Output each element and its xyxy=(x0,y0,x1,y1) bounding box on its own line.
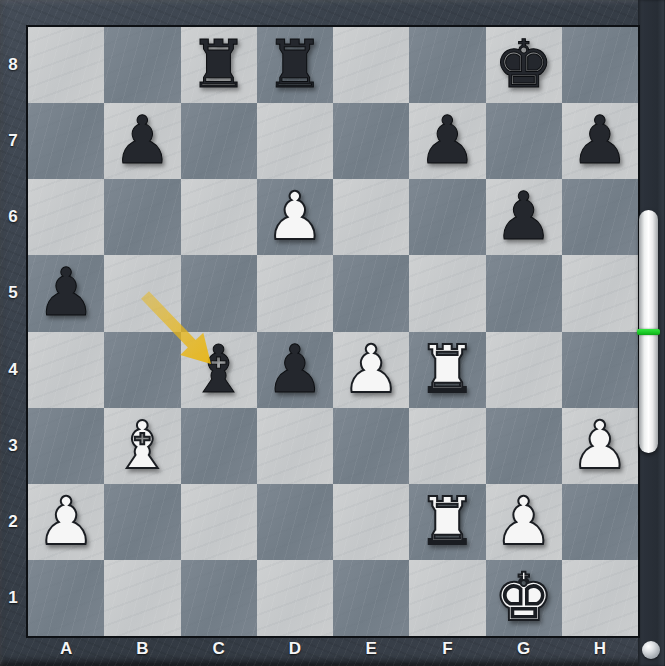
square-f3[interactable] xyxy=(409,408,485,484)
square-f8[interactable] xyxy=(409,27,485,103)
square-h1[interactable] xyxy=(562,560,638,636)
square-f5[interactable] xyxy=(409,255,485,331)
square-d2[interactable] xyxy=(257,484,333,560)
square-e3[interactable] xyxy=(333,408,409,484)
piece-black-bishop[interactable]: ♝ xyxy=(189,337,248,403)
square-c7[interactable] xyxy=(181,103,257,179)
rank-label-7: 7 xyxy=(0,103,26,179)
square-b4[interactable] xyxy=(104,332,180,408)
piece-black-pawn[interactable]: ♟ xyxy=(418,108,477,174)
square-b3[interactable]: ♝ xyxy=(104,408,180,484)
square-c2[interactable] xyxy=(181,484,257,560)
square-d3[interactable] xyxy=(257,408,333,484)
file-label-g: G xyxy=(486,638,562,662)
file-label-c: C xyxy=(181,638,257,662)
file-label-e: E xyxy=(333,638,409,662)
square-a4[interactable] xyxy=(28,332,104,408)
square-h6[interactable] xyxy=(562,179,638,255)
square-g3[interactable] xyxy=(486,408,562,484)
square-a5[interactable]: ♟ xyxy=(28,255,104,331)
piece-white-rook[interactable]: ♜ xyxy=(418,489,477,555)
square-g1[interactable]: ♚ xyxy=(486,560,562,636)
square-b1[interactable] xyxy=(104,560,180,636)
corner-ball-decoration xyxy=(642,641,660,659)
square-g6[interactable]: ♟ xyxy=(486,179,562,255)
square-a6[interactable] xyxy=(28,179,104,255)
square-g5[interactable] xyxy=(486,255,562,331)
square-h7[interactable]: ♟ xyxy=(562,103,638,179)
square-e6[interactable] xyxy=(333,179,409,255)
square-e1[interactable] xyxy=(333,560,409,636)
rank-label-1: 1 xyxy=(0,560,26,636)
file-label-a: A xyxy=(28,638,104,662)
square-d4[interactable]: ♟ xyxy=(257,332,333,408)
piece-black-pawn[interactable]: ♟ xyxy=(37,260,96,326)
file-label-h: H xyxy=(562,638,638,662)
piece-white-king[interactable]: ♚ xyxy=(494,565,553,631)
piece-white-bishop[interactable]: ♝ xyxy=(113,413,172,479)
piece-black-king[interactable]: ♚ xyxy=(494,32,553,98)
piece-black-rook[interactable]: ♜ xyxy=(189,32,248,98)
rank-label-2: 2 xyxy=(0,484,26,560)
square-f1[interactable] xyxy=(409,560,485,636)
piece-white-pawn[interactable]: ♟ xyxy=(342,337,401,403)
square-h8[interactable] xyxy=(562,27,638,103)
square-c5[interactable] xyxy=(181,255,257,331)
square-g7[interactable] xyxy=(486,103,562,179)
rank-label-6: 6 xyxy=(0,179,26,255)
square-h2[interactable] xyxy=(562,484,638,560)
square-c6[interactable] xyxy=(181,179,257,255)
square-a1[interactable] xyxy=(28,560,104,636)
piece-white-pawn[interactable]: ♟ xyxy=(494,489,553,555)
square-h3[interactable]: ♟ xyxy=(562,408,638,484)
square-b8[interactable] xyxy=(104,27,180,103)
square-a2[interactable]: ♟ xyxy=(28,484,104,560)
square-e4[interactable]: ♟ xyxy=(333,332,409,408)
square-c3[interactable] xyxy=(181,408,257,484)
piece-white-rook[interactable]: ♜ xyxy=(418,337,477,403)
square-d8[interactable]: ♜ xyxy=(257,27,333,103)
square-a7[interactable] xyxy=(28,103,104,179)
square-d6[interactable]: ♟ xyxy=(257,179,333,255)
square-e2[interactable] xyxy=(333,484,409,560)
square-g8[interactable]: ♚ xyxy=(486,27,562,103)
piece-black-pawn[interactable]: ♟ xyxy=(265,337,324,403)
square-d5[interactable] xyxy=(257,255,333,331)
square-a8[interactable] xyxy=(28,27,104,103)
square-h4[interactable] xyxy=(562,332,638,408)
square-d7[interactable] xyxy=(257,103,333,179)
square-e7[interactable] xyxy=(333,103,409,179)
eval-slider-equal-marker xyxy=(637,329,660,335)
square-g4[interactable] xyxy=(486,332,562,408)
file-label-b: B xyxy=(104,638,180,662)
square-e8[interactable] xyxy=(333,27,409,103)
piece-black-rook[interactable]: ♜ xyxy=(265,32,324,98)
square-d1[interactable] xyxy=(257,560,333,636)
square-f2[interactable]: ♜ xyxy=(409,484,485,560)
square-c4[interactable]: ♝ xyxy=(181,332,257,408)
piece-black-pawn[interactable]: ♟ xyxy=(494,184,553,250)
chess-board: ♜♜♚♟♟♟♟♟♟♝♟♟♜♝♟♟♜♟♚ xyxy=(26,25,640,638)
piece-white-pawn[interactable]: ♟ xyxy=(265,184,324,250)
rank-label-3: 3 xyxy=(0,408,26,484)
square-f7[interactable]: ♟ xyxy=(409,103,485,179)
piece-white-pawn[interactable]: ♟ xyxy=(570,413,629,479)
square-b6[interactable] xyxy=(104,179,180,255)
rank-label-5: 5 xyxy=(0,255,26,331)
file-label-d: D xyxy=(257,638,333,662)
square-c1[interactable] xyxy=(181,560,257,636)
square-f4[interactable]: ♜ xyxy=(409,332,485,408)
square-b2[interactable] xyxy=(104,484,180,560)
piece-black-pawn[interactable]: ♟ xyxy=(570,108,629,174)
square-f6[interactable] xyxy=(409,179,485,255)
file-label-f: F xyxy=(409,638,485,662)
square-h5[interactable] xyxy=(562,255,638,331)
square-e5[interactable] xyxy=(333,255,409,331)
square-g2[interactable]: ♟ xyxy=(486,484,562,560)
rank-label-4: 4 xyxy=(0,332,26,408)
square-a3[interactable] xyxy=(28,408,104,484)
square-b5[interactable] xyxy=(104,255,180,331)
square-b7[interactable]: ♟ xyxy=(104,103,180,179)
piece-black-pawn[interactable]: ♟ xyxy=(113,108,172,174)
chess-app-window: ♜♜♚♟♟♟♟♟♟♝♟♟♜♝♟♟♜♟♚ 87654321 ABCDEFGH xyxy=(0,0,665,666)
rank-label-8: 8 xyxy=(0,27,26,103)
piece-white-pawn[interactable]: ♟ xyxy=(37,489,96,555)
square-c8[interactable]: ♜ xyxy=(181,27,257,103)
